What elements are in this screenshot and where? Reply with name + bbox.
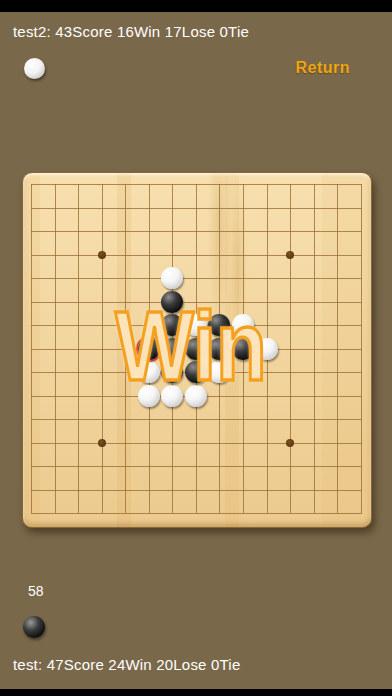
- stone-black: [138, 338, 160, 360]
- stone-black: [161, 338, 183, 360]
- bottom-bar: [0, 689, 392, 696]
- status-bar: [0, 0, 392, 12]
- stone-black: [185, 361, 207, 383]
- stone-black: [161, 361, 183, 383]
- stone-white: [138, 361, 160, 383]
- stone-black: [185, 338, 207, 360]
- stone-black: [232, 338, 254, 360]
- stone-white: [185, 314, 207, 336]
- stone-white: [161, 385, 183, 407]
- return-button[interactable]: Return: [295, 59, 350, 77]
- stone-black: [208, 314, 230, 336]
- stone-black: [161, 291, 183, 313]
- grid-line-horizontal: [31, 490, 362, 491]
- star-point: [286, 251, 294, 259]
- grid-line-vertical: [337, 184, 338, 513]
- stone-white: [208, 361, 230, 383]
- black-stone-avatar: [23, 616, 45, 638]
- stone-white: [138, 385, 160, 407]
- stone-black: [208, 338, 230, 360]
- stone-white: [256, 338, 278, 360]
- grid-line-horizontal: [31, 443, 362, 444]
- gomoku-board[interactable]: [22, 172, 372, 528]
- star-point: [98, 439, 106, 447]
- white-stone-avatar: [24, 58, 45, 79]
- star-point: [98, 251, 106, 259]
- stone-black: [161, 314, 183, 336]
- stone-white: [185, 385, 207, 407]
- stone-white: [232, 314, 254, 336]
- move-timer: 58: [28, 583, 44, 599]
- grid-line-horizontal: [31, 419, 362, 420]
- grid-line-horizontal: [31, 466, 362, 467]
- grid-line-vertical: [361, 184, 362, 513]
- grid-line-vertical: [314, 184, 315, 513]
- grid-line-vertical: [290, 184, 291, 513]
- grid-line-horizontal: [31, 513, 362, 514]
- app-screen: test2: 43Score 16Win 17Lose 0Tie Return …: [0, 0, 392, 696]
- stone-white: [161, 267, 183, 289]
- star-point: [286, 439, 294, 447]
- opponent-score-text: test2: 43Score 16Win 17Lose 0Tie: [13, 23, 249, 40]
- player-score-text: test: 47Score 24Win 20Lose 0Tie: [13, 656, 240, 673]
